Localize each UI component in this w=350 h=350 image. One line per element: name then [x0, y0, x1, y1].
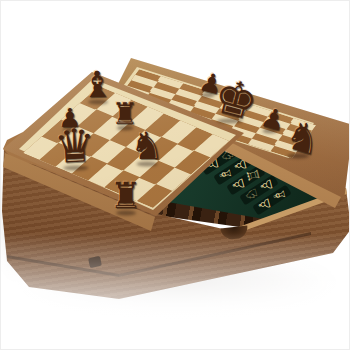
dark-pawn-piece: ♟: [258, 103, 288, 135]
dark-knight-piece: ♞: [130, 127, 164, 165]
dark-knight-piece: ♞: [281, 114, 326, 162]
standing-pieces-layer: ♝♜♟♛♞♜♟♚♟♞: [1, 1, 350, 350]
dark-queen-piece: ♛: [53, 122, 97, 170]
dark-rook-piece: ♜: [110, 178, 142, 214]
dark-bishop-piece: ♝: [81, 66, 115, 103]
chess-box-product-photo: ♙♗♖♙♙♘♗♙♙♖♘♙♙♗ ♝♜♟♛♞♜♟♚♟♞: [0, 0, 350, 350]
